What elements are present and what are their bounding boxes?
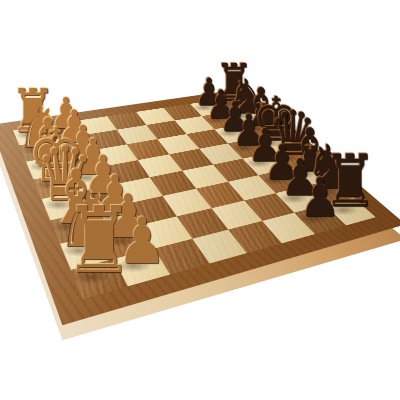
piece-white-rook-a1[interactable]: ♜ bbox=[64, 195, 134, 287]
black-pawn-glyph: ♟ bbox=[300, 166, 341, 229]
white-rook-glyph: ♜ bbox=[64, 187, 134, 294]
chess-photo-scene: ♜♞♝♛♚♝♞♜♟♟♟♟♟♟♟♟♟♟♟♟♟♟♟♟♜♞♝♛♚♝♞♜ bbox=[0, 0, 400, 400]
pieces-layer: ♜♞♝♛♚♝♞♜♟♟♟♟♟♟♟♟♟♟♟♟♟♟♟♟♜♞♝♛♚♝♞♜ bbox=[0, 0, 400, 400]
piece-black-pawn-a7[interactable]: ♟ bbox=[300, 171, 341, 225]
